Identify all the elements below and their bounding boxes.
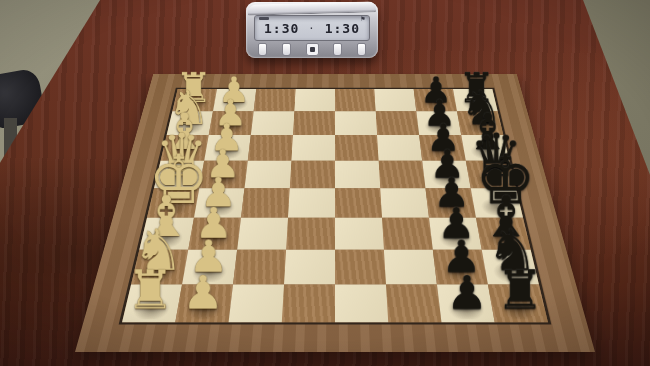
board-frame: ♜♟♟♜♞♟♟♞♝♟♟♝♛♟♟♛♚♟♟♚♝♟♟♝♞♟♟♞♜♟♟♜ <box>122 89 548 322</box>
square-b5[interactable] <box>335 111 377 135</box>
square-g5[interactable] <box>335 250 386 285</box>
clock-button-2[interactable] <box>282 43 291 56</box>
square-c4[interactable] <box>291 135 335 161</box>
square-h7[interactable]: ♟ <box>437 285 495 323</box>
flag-icon: ⚑ <box>361 16 366 23</box>
square-f5[interactable] <box>335 218 384 250</box>
square-f6[interactable] <box>382 218 433 250</box>
square-b6[interactable] <box>376 111 420 135</box>
clock-left-time: 1:30 <box>264 21 299 36</box>
chess-board: ♜♟♟♜♞♟♟♞♝♟♟♝♛♟♟♛♚♟♟♚♝♟♟♝♞♟♟♞♜♟♟♜ <box>75 74 595 352</box>
black-rook[interactable]: ♜ <box>493 264 546 315</box>
square-h6[interactable] <box>386 285 441 323</box>
square-b4[interactable] <box>293 111 335 135</box>
square-a6[interactable] <box>374 89 416 111</box>
square-g6[interactable] <box>384 250 437 285</box>
white-rook[interactable]: ♜ <box>124 264 177 315</box>
square-d6[interactable] <box>379 161 426 188</box>
square-h4[interactable] <box>282 285 335 323</box>
square-d3[interactable] <box>245 161 292 188</box>
clock-button-4[interactable] <box>333 43 342 56</box>
square-d4[interactable] <box>290 161 335 188</box>
white-pawn[interactable]: ♟ <box>177 271 230 315</box>
clock-button-1[interactable] <box>258 43 267 56</box>
clock-button-3[interactable] <box>306 43 319 56</box>
clock-buttons <box>258 42 366 56</box>
clock-right-time: 1:30 <box>325 21 360 36</box>
square-g4[interactable] <box>284 250 335 285</box>
board-grid: ♜♟♟♜♞♟♟♞♝♟♟♝♛♟♟♛♚♟♟♚♝♟♟♝♞♟♟♞♜♟♟♜ <box>122 89 548 322</box>
square-h8[interactable]: ♜ <box>488 285 548 323</box>
square-h2[interactable]: ♟ <box>175 285 233 323</box>
square-c6[interactable] <box>377 135 422 161</box>
square-e6[interactable] <box>380 188 429 218</box>
clock-separator: · <box>309 24 315 33</box>
square-c3[interactable] <box>248 135 293 161</box>
clock-display: ⚑ 1:30 · 1:30 <box>254 15 370 41</box>
square-h3[interactable] <box>229 285 284 323</box>
square-g3[interactable] <box>233 250 286 285</box>
square-e3[interactable] <box>241 188 290 218</box>
clock-button-5[interactable] <box>357 43 366 56</box>
black-pawn[interactable]: ♟ <box>441 271 494 315</box>
square-a3[interactable] <box>254 89 296 111</box>
square-b3[interactable] <box>251 111 295 135</box>
mode-indicator-icon <box>259 17 269 20</box>
square-c5[interactable] <box>335 135 379 161</box>
square-f3[interactable] <box>237 218 288 250</box>
square-a5[interactable] <box>335 89 376 111</box>
chess-clock: ⚑ 1:30 · 1:30 <box>246 2 378 58</box>
square-d5[interactable] <box>335 161 380 188</box>
square-e5[interactable] <box>335 188 382 218</box>
square-h1[interactable]: ♜ <box>122 285 182 323</box>
square-h5[interactable] <box>335 285 388 323</box>
square-e4[interactable] <box>288 188 335 218</box>
scene: ⚑ 1:30 · 1:30 ♜♟♟♜♞♟♟♞♝♟♟♝♛♟♟♛♚♟♟♚♝♟♟♝♞♟… <box>0 0 650 366</box>
square-f4[interactable] <box>286 218 335 250</box>
square-a4[interactable] <box>294 89 335 111</box>
clock-top-bar <box>248 1 376 15</box>
